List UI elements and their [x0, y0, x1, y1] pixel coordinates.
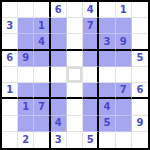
sudoku-cell-r6c2[interactable] [18, 83, 34, 99]
sudoku-cell-r7c4[interactable] [51, 99, 67, 115]
sudoku-cell-r7c2[interactable]: 1 [18, 99, 34, 115]
sudoku-cell-r1c6[interactable]: 4 [83, 2, 99, 18]
sudoku-cell-r2c3[interactable]: 1 [34, 18, 50, 34]
sudoku-cell-r5c1[interactable] [2, 67, 18, 83]
sudoku-cell-r1c9[interactable] [132, 2, 148, 18]
sudoku-cell-r9c6[interactable]: 5 [83, 132, 99, 148]
sudoku-cell-r4c3[interactable] [34, 51, 50, 67]
sudoku-cell-r3c1[interactable] [2, 34, 18, 50]
sudoku-cell-r9c1[interactable] [2, 132, 18, 148]
sudoku-cell-r4c8[interactable] [116, 51, 132, 67]
sudoku-cell-r5c8[interactable] [116, 67, 132, 83]
sudoku-cell-r4c7[interactable] [99, 51, 115, 67]
sudoku-cell-r2c1[interactable]: 3 [2, 18, 18, 34]
sudoku-cell-r7c7[interactable]: 4 [99, 99, 115, 115]
sudoku-cell-r2c5[interactable] [67, 18, 83, 34]
sudoku-cell-r1c4[interactable]: 6 [51, 2, 67, 18]
sudoku-cell-r5c2[interactable] [18, 67, 34, 83]
sudoku-cell-r3c6[interactable] [83, 34, 99, 50]
sudoku-cell-r8c4[interactable]: 4 [51, 116, 67, 132]
sudoku-cell-r7c9[interactable] [132, 99, 148, 115]
sudoku-cell-r7c5[interactable] [67, 99, 83, 115]
sudoku-cell-r8c8[interactable] [116, 116, 132, 132]
sudoku-cell-r5c6[interactable] [83, 67, 99, 83]
sudoku-cell-r1c8[interactable]: 1 [116, 2, 132, 18]
sudoku-board: 641317439695176174459235 [0, 0, 150, 150]
sudoku-cell-r8c2[interactable] [18, 116, 34, 132]
sudoku-cell-r9c5[interactable] [67, 132, 83, 148]
sudoku-cell-r4c1[interactable]: 6 [2, 51, 18, 67]
sudoku-cell-r1c2[interactable] [18, 2, 34, 18]
sudoku-cell-r9c2[interactable]: 2 [18, 132, 34, 148]
sudoku-cell-r2c2[interactable] [18, 18, 34, 34]
sudoku-cell-r4c9[interactable]: 5 [132, 51, 148, 67]
sudoku-cell-r8c5[interactable] [67, 116, 83, 132]
sudoku-cell-r2c6[interactable]: 7 [83, 18, 99, 34]
sudoku-cell-r4c4[interactable] [51, 51, 67, 67]
sudoku-cell-r9c4[interactable]: 3 [51, 132, 67, 148]
sudoku-cell-r6c8[interactable]: 7 [116, 83, 132, 99]
sudoku-cell-r8c6[interactable] [83, 116, 99, 132]
sudoku-cell-r1c1[interactable] [2, 2, 18, 18]
sudoku-cell-r6c6[interactable] [83, 83, 99, 99]
sudoku-cell-r5c5[interactable] [67, 67, 83, 83]
sudoku-cell-r3c4[interactable] [51, 34, 67, 50]
sudoku-cell-r7c3[interactable]: 7 [34, 99, 50, 115]
sudoku-cell-r8c7[interactable]: 5 [99, 116, 115, 132]
sudoku-cell-r5c3[interactable] [34, 67, 50, 83]
sudoku-cell-r3c9[interactable] [132, 34, 148, 50]
sudoku-cell-r2c4[interactable] [51, 18, 67, 34]
sudoku-cell-r8c3[interactable] [34, 116, 50, 132]
sudoku-cell-r4c6[interactable] [83, 51, 99, 67]
sudoku-cell-r3c2[interactable] [18, 34, 34, 50]
sudoku-cell-r9c8[interactable] [116, 132, 132, 148]
sudoku-cell-r3c8[interactable]: 9 [116, 34, 132, 50]
sudoku-cell-r4c5[interactable] [67, 51, 83, 67]
sudoku-cell-r6c4[interactable] [51, 83, 67, 99]
sudoku-cell-r5c9[interactable] [132, 67, 148, 83]
sudoku-cell-r6c5[interactable] [67, 83, 83, 99]
sudoku-cell-r7c6[interactable] [83, 99, 99, 115]
sudoku-cell-r2c8[interactable] [116, 18, 132, 34]
sudoku-cell-r1c5[interactable] [67, 2, 83, 18]
sudoku-cell-r6c7[interactable] [99, 83, 115, 99]
sudoku-cell-r9c7[interactable] [99, 132, 115, 148]
sudoku-cell-r2c9[interactable] [132, 18, 148, 34]
sudoku-cell-r3c5[interactable] [67, 34, 83, 50]
sudoku-cell-r1c3[interactable] [34, 2, 50, 18]
sudoku-cell-r5c4[interactable] [51, 67, 67, 83]
sudoku-cell-r9c3[interactable] [34, 132, 50, 148]
sudoku-cell-r3c7[interactable]: 3 [99, 34, 115, 50]
sudoku-cell-r2c7[interactable] [99, 18, 115, 34]
sudoku-cell-r6c1[interactable]: 1 [2, 83, 18, 99]
sudoku-cell-r8c9[interactable]: 9 [132, 116, 148, 132]
sudoku-cell-r9c9[interactable] [132, 132, 148, 148]
sudoku-cell-r7c8[interactable] [116, 99, 132, 115]
sudoku-cell-r6c9[interactable]: 6 [132, 83, 148, 99]
sudoku-cell-r1c7[interactable] [99, 2, 115, 18]
sudoku-cell-r4c2[interactable]: 9 [18, 51, 34, 67]
sudoku-cell-r7c1[interactable] [2, 99, 18, 115]
sudoku-cell-r3c3[interactable]: 4 [34, 34, 50, 50]
sudoku-cell-r8c1[interactable] [2, 116, 18, 132]
sudoku-cell-r6c3[interactable] [34, 83, 50, 99]
sudoku-cell-r5c7[interactable] [99, 67, 115, 83]
